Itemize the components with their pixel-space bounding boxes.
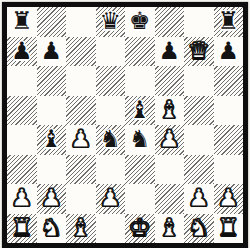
square-h1[interactable]: ♜: [214, 214, 244, 244]
square-a7[interactable]: ♟: [7, 37, 37, 67]
piece-white-bishop: ♝: [70, 214, 92, 244]
piece-white-queen: ♛: [188, 37, 210, 67]
square-e2[interactable]: [125, 184, 155, 214]
square-b6[interactable]: [37, 66, 67, 96]
square-a2[interactable]: ♟: [7, 184, 37, 214]
square-h8[interactable]: ♜: [214, 7, 244, 37]
square-g4[interactable]: [184, 125, 214, 155]
square-h3[interactable]: [214, 155, 244, 185]
piece-white-pawn: ♟: [99, 184, 121, 214]
piece-black-bishop: ♝: [129, 96, 151, 126]
board-frame: ♜♛♚♜♟♟♟♛♟♝♝♝♟♞♞♟♟♟♟♟♟♜♞♝♚♝♞♜: [2, 2, 248, 248]
piece-white-king: ♚: [129, 214, 151, 244]
piece-black-pawn: ♟: [40, 37, 62, 67]
chess-diagram: ♜♛♚♜♟♟♟♛♟♝♝♝♟♞♞♟♟♟♟♟♟♜♞♝♚♝♞♜: [0, 0, 250, 248]
piece-black-knight: ♞: [99, 125, 121, 155]
piece-white-pawn: ♟: [40, 184, 62, 214]
piece-white-pawn: ♟: [217, 184, 239, 214]
square-d7[interactable]: [96, 37, 126, 67]
square-f8[interactable]: [155, 7, 185, 37]
square-a1[interactable]: ♜: [7, 214, 37, 244]
piece-white-knight: ♞: [40, 214, 62, 244]
piece-black-king: ♚: [129, 7, 151, 37]
piece-black-pawn: ♟: [158, 37, 180, 67]
piece-white-pawn: ♟: [11, 184, 33, 214]
square-g6[interactable]: [184, 66, 214, 96]
square-b8[interactable]: [37, 7, 67, 37]
square-e5[interactable]: ♝: [125, 96, 155, 126]
square-b5[interactable]: [37, 96, 67, 126]
square-c5[interactable]: [66, 96, 96, 126]
square-d3[interactable]: [96, 155, 126, 185]
piece-white-rook: ♜: [11, 214, 33, 244]
square-b3[interactable]: [37, 155, 67, 185]
square-c3[interactable]: [66, 155, 96, 185]
square-b7[interactable]: ♟: [37, 37, 67, 67]
square-g8[interactable]: [184, 7, 214, 37]
square-e7[interactable]: [125, 37, 155, 67]
piece-white-knight: ♞: [188, 214, 210, 244]
square-a6[interactable]: [7, 66, 37, 96]
piece-black-pawn: ♟: [217, 37, 239, 67]
piece-black-rook: ♜: [217, 7, 239, 37]
piece-black-rook: ♜: [11, 7, 33, 37]
square-h5[interactable]: [214, 96, 244, 126]
piece-white-pawn: ♟: [158, 125, 180, 155]
square-d6[interactable]: [96, 66, 126, 96]
square-f1[interactable]: ♝: [155, 214, 185, 244]
square-e8[interactable]: ♚: [125, 7, 155, 37]
square-a4[interactable]: [7, 125, 37, 155]
piece-white-pawn: ♟: [188, 184, 210, 214]
square-e1[interactable]: ♚: [125, 214, 155, 244]
square-f3[interactable]: [155, 155, 185, 185]
square-e4[interactable]: ♞: [125, 125, 155, 155]
square-d4[interactable]: ♞: [96, 125, 126, 155]
square-h7[interactable]: ♟: [214, 37, 244, 67]
square-a8[interactable]: ♜: [7, 7, 37, 37]
piece-black-knight: ♞: [129, 125, 151, 155]
square-g1[interactable]: ♞: [184, 214, 214, 244]
piece-white-pawn: ♟: [70, 125, 92, 155]
square-c7[interactable]: [66, 37, 96, 67]
square-c8[interactable]: [66, 7, 96, 37]
square-g3[interactable]: [184, 155, 214, 185]
square-d8[interactable]: ♛: [96, 7, 126, 37]
square-h2[interactable]: ♟: [214, 184, 244, 214]
square-g7[interactable]: ♛: [184, 37, 214, 67]
piece-black-bishop: ♝: [40, 125, 62, 155]
square-b2[interactable]: ♟: [37, 184, 67, 214]
square-h6[interactable]: [214, 66, 244, 96]
square-d5[interactable]: [96, 96, 126, 126]
square-d1[interactable]: [96, 214, 126, 244]
square-d2[interactable]: ♟: [96, 184, 126, 214]
piece-white-bishop: ♝: [158, 96, 180, 126]
square-f6[interactable]: [155, 66, 185, 96]
square-f5[interactable]: ♝: [155, 96, 185, 126]
square-c2[interactable]: [66, 184, 96, 214]
square-g5[interactable]: [184, 96, 214, 126]
piece-black-queen: ♛: [99, 7, 121, 37]
piece-white-bishop: ♝: [158, 214, 180, 244]
square-h4[interactable]: [214, 125, 244, 155]
square-c6[interactable]: [66, 66, 96, 96]
square-e3[interactable]: [125, 155, 155, 185]
square-f2[interactable]: [155, 184, 185, 214]
square-f7[interactable]: ♟: [155, 37, 185, 67]
square-e6[interactable]: [125, 66, 155, 96]
chess-board: ♜♛♚♜♟♟♟♛♟♝♝♝♟♞♞♟♟♟♟♟♟♜♞♝♚♝♞♜: [7, 7, 243, 243]
square-a5[interactable]: [7, 96, 37, 126]
square-g2[interactable]: ♟: [184, 184, 214, 214]
square-b1[interactable]: ♞: [37, 214, 67, 244]
square-a3[interactable]: [7, 155, 37, 185]
piece-black-pawn: ♟: [11, 37, 33, 67]
square-f4[interactable]: ♟: [155, 125, 185, 155]
square-c4[interactable]: ♟: [66, 125, 96, 155]
piece-white-rook: ♜: [217, 214, 239, 244]
square-c1[interactable]: ♝: [66, 214, 96, 244]
square-b4[interactable]: ♝: [37, 125, 67, 155]
